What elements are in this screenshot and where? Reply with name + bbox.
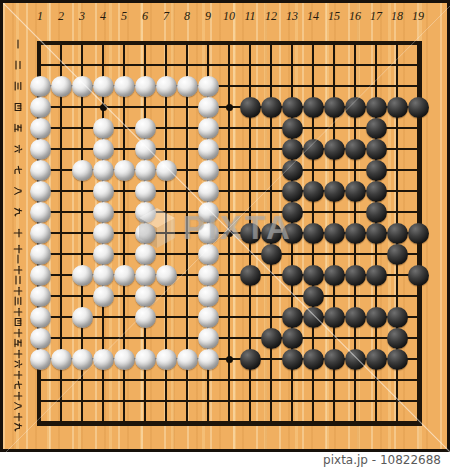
side-coordinate-label	[13, 391, 23, 411]
white-stone	[93, 139, 114, 160]
white-stone	[198, 76, 219, 97]
white-stone	[156, 76, 177, 97]
top-coordinate-label: 19	[412, 9, 424, 24]
black-stone	[408, 97, 429, 118]
white-stone	[198, 118, 219, 139]
black-stone	[366, 265, 387, 286]
side-coordinate-label	[13, 307, 23, 327]
white-stone	[135, 286, 156, 307]
black-stone	[366, 139, 387, 160]
black-stone	[261, 97, 282, 118]
black-stone	[366, 202, 387, 223]
white-stone	[198, 307, 219, 328]
black-stone	[345, 265, 366, 286]
top-coordinate-label: 3	[79, 9, 85, 24]
white-stone	[198, 265, 219, 286]
side-coordinate-label	[13, 228, 23, 238]
black-stone	[408, 223, 429, 244]
black-stone	[387, 97, 408, 118]
side-coordinate-label	[13, 165, 23, 175]
white-stone	[198, 97, 219, 118]
black-stone	[282, 202, 303, 223]
white-stone	[114, 76, 135, 97]
black-stone	[282, 139, 303, 160]
black-stone	[366, 118, 387, 139]
black-stone	[408, 265, 429, 286]
side-coordinate-label	[13, 286, 23, 306]
hoshi-dot	[226, 230, 233, 237]
top-coordinate-label: 7	[163, 9, 169, 24]
black-stone	[324, 349, 345, 370]
black-stone	[240, 265, 261, 286]
black-stone	[324, 97, 345, 118]
white-stone	[198, 349, 219, 370]
black-stone	[303, 286, 324, 307]
black-stone	[282, 328, 303, 349]
white-stone	[51, 349, 72, 370]
white-stone	[93, 181, 114, 202]
top-coordinate-label: 17	[370, 9, 382, 24]
white-stone	[30, 244, 51, 265]
hoshi-dot	[226, 104, 233, 111]
white-stone	[72, 160, 93, 181]
white-stone	[198, 139, 219, 160]
white-stone	[30, 307, 51, 328]
white-stone	[135, 160, 156, 181]
top-coordinate-label: 2	[58, 9, 64, 24]
hoshi-dot	[100, 104, 107, 111]
side-coordinate-label	[13, 81, 23, 91]
black-stone	[303, 349, 324, 370]
side-coordinate-label	[13, 349, 23, 369]
caption-bar: pixta.jp - 10822688	[0, 452, 450, 469]
side-coordinate-label	[13, 39, 23, 49]
white-stone	[93, 118, 114, 139]
white-stone	[51, 76, 72, 97]
side-coordinate-label	[13, 60, 23, 70]
caption-text: pixta.jp - 10822688	[323, 452, 450, 469]
white-stone	[135, 223, 156, 244]
white-stone	[156, 160, 177, 181]
black-stone	[387, 307, 408, 328]
white-stone	[30, 160, 51, 181]
side-coordinate-label	[13, 186, 23, 196]
side-coordinate-label	[13, 144, 23, 154]
white-stone	[30, 139, 51, 160]
black-stone	[345, 97, 366, 118]
side-coordinate-label	[13, 265, 23, 285]
white-stone	[198, 328, 219, 349]
black-stone	[345, 349, 366, 370]
hoshi-dot	[226, 356, 233, 363]
white-stone	[30, 118, 51, 139]
white-stone	[30, 286, 51, 307]
top-coordinate-label: 5	[121, 9, 127, 24]
white-stone	[114, 265, 135, 286]
black-stone	[387, 244, 408, 265]
top-coordinate-label: 18	[391, 9, 403, 24]
black-stone	[240, 223, 261, 244]
black-stone	[303, 223, 324, 244]
black-stone	[387, 328, 408, 349]
white-stone	[30, 328, 51, 349]
black-stone	[387, 349, 408, 370]
black-stone	[324, 181, 345, 202]
side-coordinate-label	[13, 102, 23, 112]
white-stone	[93, 76, 114, 97]
black-stone	[345, 139, 366, 160]
white-stone	[93, 160, 114, 181]
top-coordinate-label: 9	[205, 9, 211, 24]
top-coordinate-label: 10	[223, 9, 235, 24]
black-stone	[366, 223, 387, 244]
white-stone	[72, 76, 93, 97]
white-stone	[30, 76, 51, 97]
white-stone	[156, 349, 177, 370]
black-stone	[261, 223, 282, 244]
black-stone	[282, 181, 303, 202]
black-stone	[324, 139, 345, 160]
white-stone	[93, 286, 114, 307]
white-stone	[114, 160, 135, 181]
black-stone	[282, 307, 303, 328]
black-stone	[282, 223, 303, 244]
top-coordinate-label: 11	[244, 9, 255, 24]
black-stone	[387, 223, 408, 244]
stock-photo-go-board: 12345678910111213141516171819 PIXTA pixt…	[0, 0, 450, 469]
white-stone	[177, 349, 198, 370]
white-stone	[198, 223, 219, 244]
white-stone	[30, 223, 51, 244]
black-stone	[366, 181, 387, 202]
black-stone	[366, 349, 387, 370]
top-coordinate-label: 6	[142, 9, 148, 24]
top-coordinate-label: 12	[265, 9, 277, 24]
white-stone	[93, 223, 114, 244]
black-stone	[345, 181, 366, 202]
black-stone	[282, 160, 303, 181]
black-stone	[366, 160, 387, 181]
black-stone	[240, 97, 261, 118]
white-stone	[135, 244, 156, 265]
black-stone	[282, 97, 303, 118]
side-coordinate-label	[13, 244, 23, 264]
white-stone	[177, 76, 198, 97]
black-stone	[324, 307, 345, 328]
black-stone	[261, 328, 282, 349]
black-stone	[303, 265, 324, 286]
white-stone	[93, 202, 114, 223]
white-stone	[72, 307, 93, 328]
black-stone	[303, 181, 324, 202]
top-coordinate-label: 14	[307, 9, 319, 24]
black-stone	[282, 265, 303, 286]
top-coordinate-label: 1	[37, 9, 43, 24]
top-coordinate-label: 8	[184, 9, 190, 24]
white-stone	[198, 160, 219, 181]
black-stone	[240, 349, 261, 370]
white-stone	[198, 202, 219, 223]
black-stone	[282, 349, 303, 370]
top-coordinate-label: 16	[349, 9, 361, 24]
side-coordinate-label	[13, 412, 23, 432]
side-coordinate-label	[13, 123, 23, 133]
black-stone	[345, 307, 366, 328]
top-coordinate-label: 15	[328, 9, 340, 24]
black-stone	[303, 139, 324, 160]
white-stone	[135, 118, 156, 139]
white-stone	[135, 76, 156, 97]
white-stone	[156, 265, 177, 286]
side-coordinate-label	[13, 328, 23, 348]
white-stone	[30, 97, 51, 118]
black-stone	[303, 307, 324, 328]
black-stone	[324, 265, 345, 286]
white-stone	[72, 349, 93, 370]
white-stone	[72, 265, 93, 286]
white-stone	[93, 244, 114, 265]
black-stone	[282, 118, 303, 139]
white-stone	[93, 265, 114, 286]
side-coordinate-label	[13, 207, 23, 217]
white-stone	[93, 349, 114, 370]
wood-board: 12345678910111213141516171819 PIXTA	[0, 0, 450, 452]
black-stone	[303, 97, 324, 118]
white-stone	[30, 265, 51, 286]
white-stone	[135, 139, 156, 160]
white-stone	[30, 181, 51, 202]
white-stone	[198, 181, 219, 202]
white-stone	[30, 202, 51, 223]
black-stone	[345, 223, 366, 244]
white-stone	[198, 244, 219, 265]
white-stone	[135, 349, 156, 370]
top-coordinate-label: 13	[286, 9, 298, 24]
black-stone	[324, 223, 345, 244]
side-coordinate-label	[13, 370, 23, 390]
white-stone	[135, 265, 156, 286]
white-stone	[135, 202, 156, 223]
black-stone	[366, 97, 387, 118]
white-stone	[30, 349, 51, 370]
white-stone	[135, 307, 156, 328]
black-stone	[261, 244, 282, 265]
white-stone	[114, 349, 135, 370]
white-stone	[198, 286, 219, 307]
white-stone	[135, 181, 156, 202]
black-stone	[366, 307, 387, 328]
top-coordinate-label: 4	[100, 9, 106, 24]
